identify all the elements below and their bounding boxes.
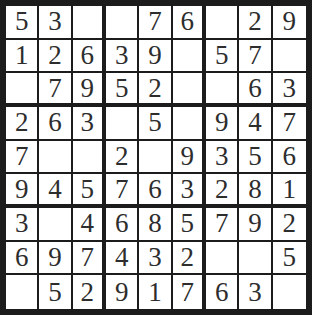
sudoku-cell-r9c6[interactable]: 7: [173, 275, 206, 309]
sudoku-cell-r9c5[interactable]: 1: [139, 275, 172, 309]
sudoku-cell-r7c3[interactable]: 4: [73, 208, 106, 242]
sudoku-cell-r9c1[interactable]: [6, 275, 39, 309]
sudoku-cell-r2c3[interactable]: 6: [73, 40, 106, 74]
sudoku-cell-r6c2[interactable]: 4: [39, 174, 72, 208]
sudoku-cell-r5c4[interactable]: 2: [106, 141, 139, 175]
sudoku-cell-r4c7[interactable]: 9: [206, 107, 239, 141]
sudoku-cell-r2c8[interactable]: 7: [239, 40, 272, 74]
sudoku-cell-r9c3[interactable]: 2: [73, 275, 106, 309]
sudoku-cell-r2c4[interactable]: 3: [106, 40, 139, 74]
sudoku-cell-r5c3[interactable]: [73, 141, 106, 175]
sudoku-cell-r5c7[interactable]: 3: [206, 141, 239, 175]
sudoku-cell-r6c3[interactable]: 5: [73, 174, 106, 208]
sudoku-cell-r8c9[interactable]: 5: [273, 242, 306, 276]
sudoku-cell-r1c9[interactable]: 9: [273, 6, 306, 40]
sudoku-cell-r4c9[interactable]: 7: [273, 107, 306, 141]
sudoku-cell-r2c1[interactable]: 1: [6, 40, 39, 74]
sudoku-cell-r7c8[interactable]: 9: [239, 208, 272, 242]
sudoku-cell-r8c8[interactable]: [239, 242, 272, 276]
sudoku-cell-r6c6[interactable]: 3: [173, 174, 206, 208]
sudoku-cell-r7c2[interactable]: [39, 208, 72, 242]
sudoku-cell-r1c2[interactable]: 3: [39, 6, 72, 40]
sudoku-cell-r5c5[interactable]: [139, 141, 172, 175]
sudoku-cell-r7c5[interactable]: 8: [139, 208, 172, 242]
sudoku-cell-r4c1[interactable]: 2: [6, 107, 39, 141]
sudoku-cell-r5c2[interactable]: [39, 141, 72, 175]
sudoku-cell-r8c2[interactable]: 9: [39, 242, 72, 276]
sudoku-cell-r8c7[interactable]: [206, 242, 239, 276]
sudoku-cell-r8c1[interactable]: 6: [6, 242, 39, 276]
sudoku-cell-r7c4[interactable]: 6: [106, 208, 139, 242]
sudoku-cell-r1c1[interactable]: 5: [6, 6, 39, 40]
sudoku-cell-r6c9[interactable]: 1: [273, 174, 306, 208]
sudoku-cell-r8c4[interactable]: 4: [106, 242, 139, 276]
sudoku-cell-r7c7[interactable]: 7: [206, 208, 239, 242]
sudoku-cell-r4c6[interactable]: [173, 107, 206, 141]
sudoku-cell-r3c7[interactable]: [206, 73, 239, 107]
sudoku-cell-r1c3[interactable]: [73, 6, 106, 40]
sudoku-cell-r1c5[interactable]: 7: [139, 6, 172, 40]
sudoku-cell-r3c8[interactable]: 6: [239, 73, 272, 107]
sudoku-cell-r5c1[interactable]: 7: [6, 141, 39, 175]
sudoku-cell-r6c5[interactable]: 6: [139, 174, 172, 208]
sudoku-cell-r9c4[interactable]: 9: [106, 275, 139, 309]
sudoku-cell-r6c1[interactable]: 9: [6, 174, 39, 208]
sudoku-cell-r3c1[interactable]: [6, 73, 39, 107]
sudoku-cell-r2c6[interactable]: [173, 40, 206, 74]
sudoku-cell-r5c6[interactable]: 9: [173, 141, 206, 175]
sudoku-cell-r6c4[interactable]: 7: [106, 174, 139, 208]
sudoku-cell-r4c5[interactable]: 5: [139, 107, 172, 141]
sudoku-cell-r1c6[interactable]: 6: [173, 6, 206, 40]
sudoku-cell-r1c7[interactable]: [206, 6, 239, 40]
sudoku-cell-r3c2[interactable]: 7: [39, 73, 72, 107]
sudoku-cell-r7c6[interactable]: 5: [173, 208, 206, 242]
sudoku-cell-r9c2[interactable]: 5: [39, 275, 72, 309]
sudoku-cell-r9c8[interactable]: 3: [239, 275, 272, 309]
sudoku-cell-r8c3[interactable]: 7: [73, 242, 106, 276]
sudoku-cell-r4c2[interactable]: 6: [39, 107, 72, 141]
sudoku-cell-r2c7[interactable]: 5: [206, 40, 239, 74]
sudoku-cell-r9c9[interactable]: [273, 275, 306, 309]
sudoku-cell-r4c8[interactable]: 4: [239, 107, 272, 141]
sudoku-cell-r7c1[interactable]: 3: [6, 208, 39, 242]
sudoku-cell-r5c8[interactable]: 5: [239, 141, 272, 175]
sudoku-cell-r9c7[interactable]: 6: [206, 275, 239, 309]
sudoku-cell-r8c6[interactable]: 2: [173, 242, 206, 276]
sudoku-cell-r4c3[interactable]: 3: [73, 107, 106, 141]
sudoku-cell-r2c5[interactable]: 9: [139, 40, 172, 74]
sudoku-cell-r2c2[interactable]: 2: [39, 40, 72, 74]
sudoku-cell-r7c9[interactable]: 2: [273, 208, 306, 242]
sudoku-cell-r6c7[interactable]: 2: [206, 174, 239, 208]
sudoku-cell-r3c5[interactable]: 2: [139, 73, 172, 107]
sudoku-cell-r8c5[interactable]: 3: [139, 242, 172, 276]
sudoku-cell-r4c4[interactable]: [106, 107, 139, 141]
sudoku-cell-r3c9[interactable]: 3: [273, 73, 306, 107]
sudoku-board: 5376291263957795263263594772935694576328…: [0, 0, 312, 315]
sudoku-cell-r3c4[interactable]: 5: [106, 73, 139, 107]
sudoku-cell-r3c3[interactable]: 9: [73, 73, 106, 107]
sudoku-cell-r1c4[interactable]: [106, 6, 139, 40]
sudoku-cell-r1c8[interactable]: 2: [239, 6, 272, 40]
sudoku-cell-r5c9[interactable]: 6: [273, 141, 306, 175]
sudoku-cell-r6c8[interactable]: 8: [239, 174, 272, 208]
sudoku-cell-r2c9[interactable]: [273, 40, 306, 74]
sudoku-cell-r3c6[interactable]: [173, 73, 206, 107]
